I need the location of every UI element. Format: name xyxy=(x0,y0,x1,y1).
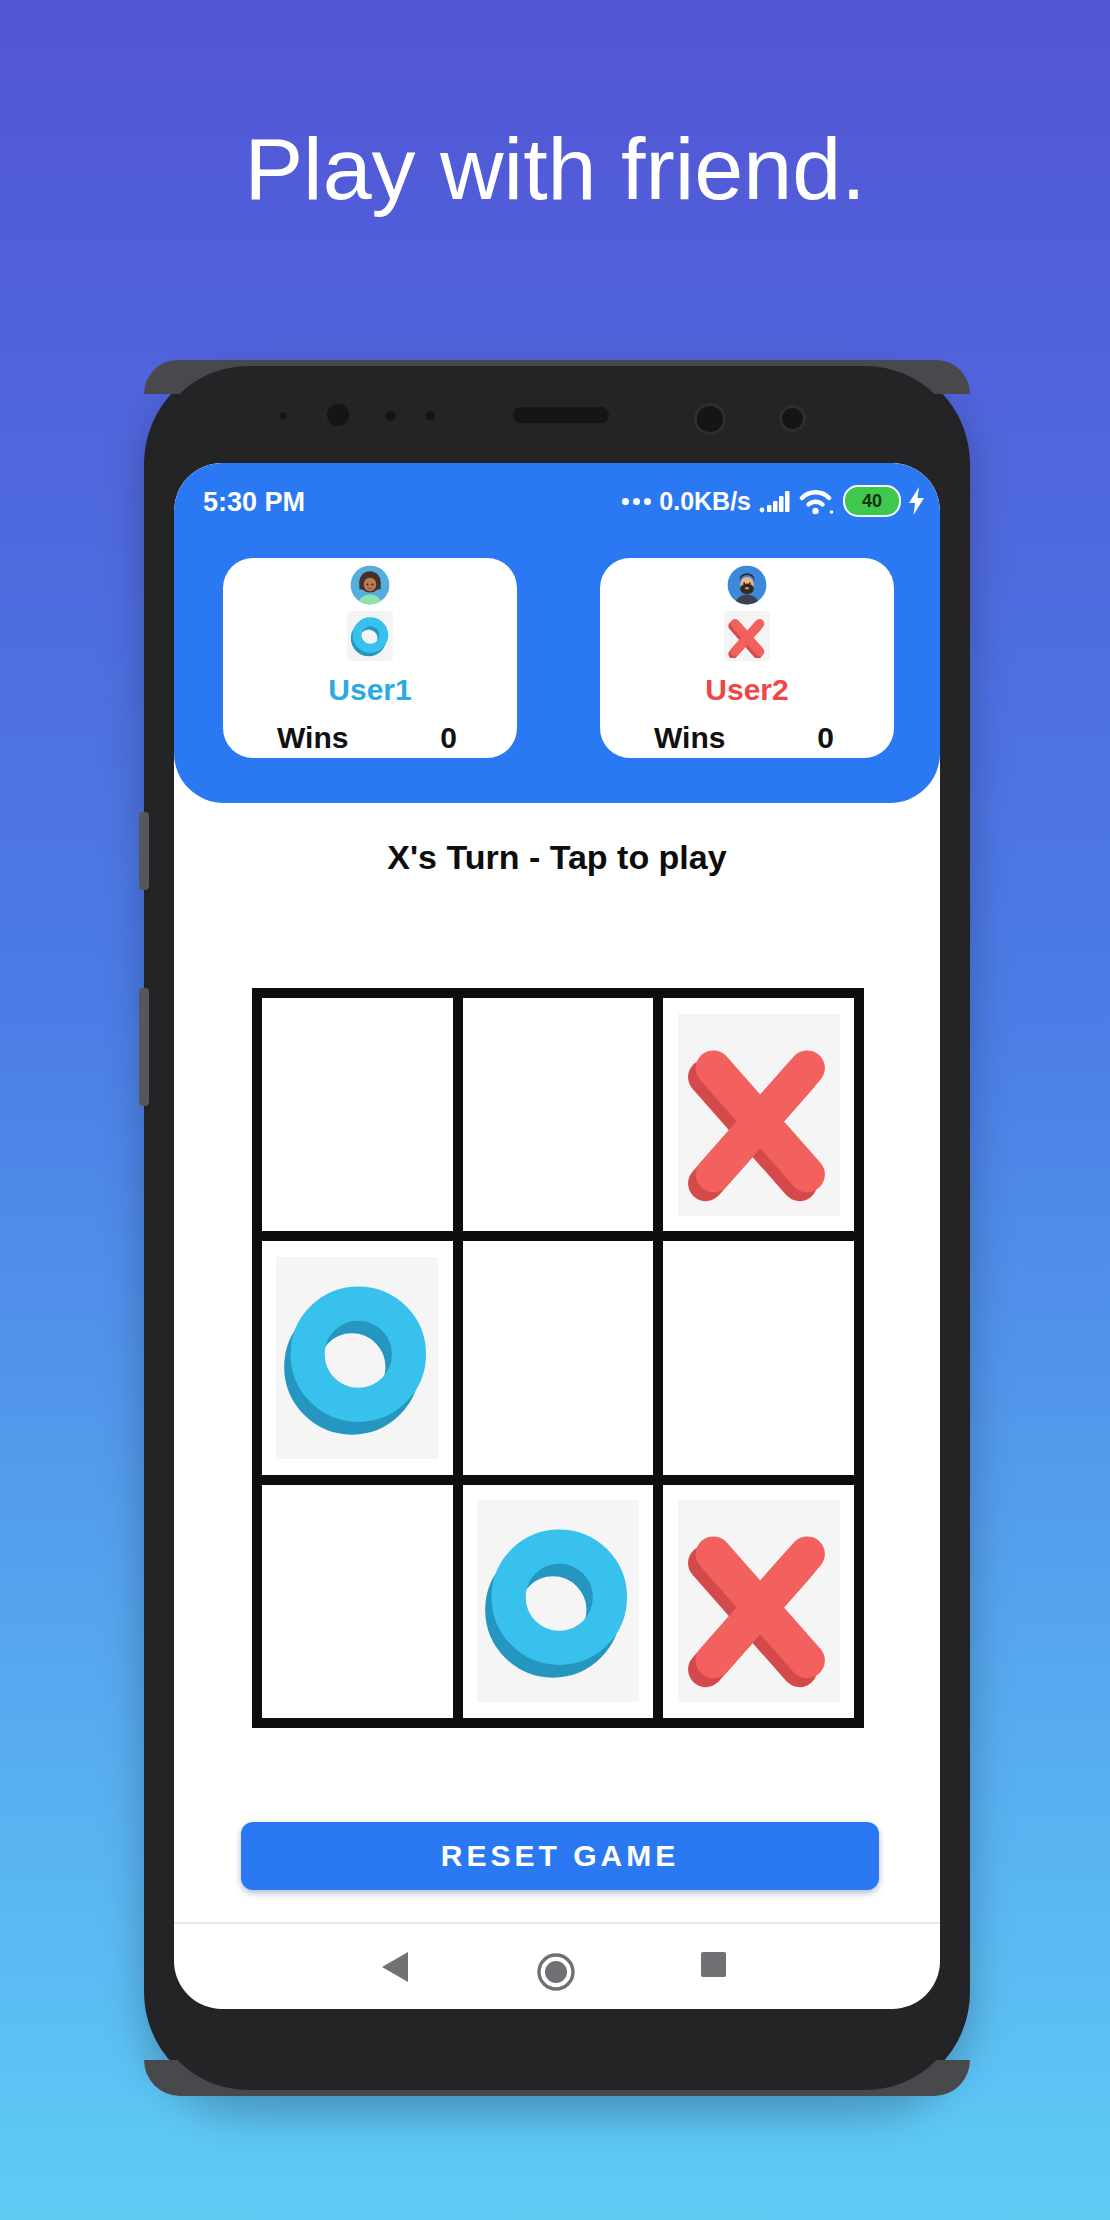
power-button xyxy=(139,812,149,890)
wifi-icon xyxy=(799,487,835,515)
cell-r2c2[interactable] xyxy=(463,1241,654,1474)
volume-button xyxy=(139,988,149,1106)
proximity-sensor-icon xyxy=(280,412,287,419)
app-background: Play with friend. 5:30 PM 0.0KB/s xyxy=(0,0,1110,2220)
player1-wins-count: 0 xyxy=(440,721,457,755)
camera-lens-icon xyxy=(694,403,726,435)
earpiece-speaker xyxy=(513,407,609,423)
clock-text: 5:30 PM xyxy=(203,487,305,518)
cell-r2c3[interactable] xyxy=(663,1241,854,1474)
battery-percent-text: 40 xyxy=(862,491,882,512)
player1-card: User1 Wins 0 xyxy=(223,558,517,758)
player2-symbol xyxy=(724,611,770,661)
player1-name: User1 xyxy=(328,673,411,707)
phone-screen: 5:30 PM 0.0KB/s xyxy=(174,463,940,2009)
sensor-dot-icon xyxy=(386,411,396,421)
network-speed-text: 0.0KB/s xyxy=(659,487,751,516)
player1-symbol xyxy=(347,611,393,661)
avatar-user2 xyxy=(727,565,767,605)
signal-bars-icon xyxy=(759,489,791,513)
app-header: 5:30 PM 0.0KB/s xyxy=(174,463,940,803)
phone-frame: 5:30 PM 0.0KB/s xyxy=(144,360,970,2096)
charging-bolt-icon xyxy=(909,487,924,515)
turn-indicator: X's Turn - Tap to play xyxy=(174,838,940,877)
sensor-dot-icon xyxy=(426,411,435,420)
recents-icon[interactable] xyxy=(701,1952,726,1977)
x-piece xyxy=(678,1500,840,1702)
o-piece xyxy=(276,1257,438,1459)
cell-r3c3[interactable] xyxy=(663,1485,854,1718)
o-piece xyxy=(477,1500,639,1702)
player1-wins-row: Wins 0 xyxy=(223,721,517,755)
cell-r3c2[interactable] xyxy=(463,1485,654,1718)
player2-wins-label: Wins xyxy=(654,721,725,755)
x-piece xyxy=(678,1014,840,1216)
status-bar: 5:30 PM 0.0KB/s xyxy=(174,481,940,521)
player2-wins-row: Wins 0 xyxy=(600,721,894,755)
player2-name: User2 xyxy=(705,673,788,707)
player2-card: User2 Wins 0 xyxy=(600,558,894,758)
cell-r2c1[interactable] xyxy=(262,1241,453,1474)
reset-game-button[interactable]: RESET GAME xyxy=(241,1822,879,1890)
cell-r1c3[interactable] xyxy=(663,998,854,1231)
network-dots-icon xyxy=(622,498,651,505)
cell-r1c1[interactable] xyxy=(262,998,453,1231)
home-icon[interactable] xyxy=(536,1952,576,1992)
player1-wins-label: Wins xyxy=(277,721,348,755)
player2-wins-count: 0 xyxy=(817,721,834,755)
tic-tac-toe-board xyxy=(252,988,864,1728)
page-title: Play with friend. xyxy=(0,118,1110,220)
camera-lens-icon xyxy=(779,405,806,432)
back-icon[interactable] xyxy=(382,1952,408,1982)
cell-r1c2[interactable] xyxy=(463,998,654,1231)
cell-r3c1[interactable] xyxy=(262,1485,453,1718)
android-nav-bar xyxy=(174,1922,940,2009)
front-camera-icon xyxy=(327,404,349,426)
battery-icon: 40 xyxy=(843,485,901,517)
avatar-user1 xyxy=(350,565,390,605)
